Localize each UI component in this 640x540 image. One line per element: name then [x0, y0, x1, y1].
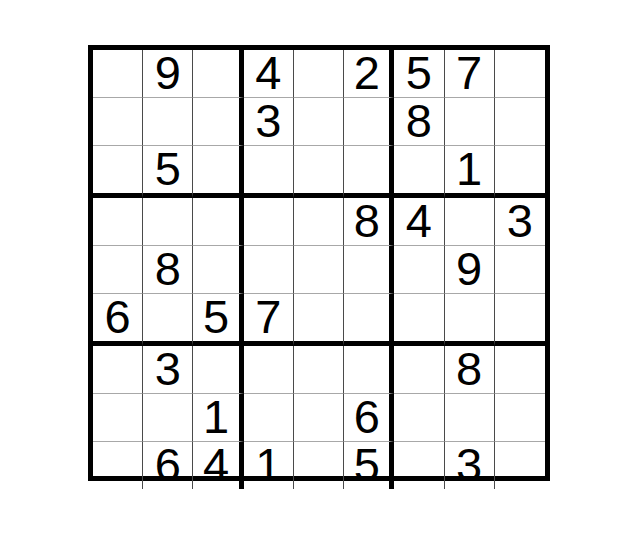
cell-r1c1[interactable] [93, 50, 143, 98]
cell-r1c3[interactable] [193, 50, 243, 98]
given-digit: 6 [354, 393, 380, 440]
cell-r2c4[interactable]: 3 [244, 98, 294, 146]
cell-r9c4[interactable]: 1 [244, 442, 294, 489]
given-digit: 3 [456, 441, 482, 488]
cell-r1c7[interactable]: 5 [394, 50, 444, 98]
given-digit: 1 [255, 441, 281, 488]
cell-r3c6[interactable] [344, 146, 394, 198]
given-digit: 7 [255, 293, 281, 340]
cell-r1c6[interactable]: 2 [344, 50, 394, 98]
cell-r9c3[interactable]: 4 [193, 442, 243, 489]
cell-r3c7[interactable] [394, 146, 444, 198]
cell-r7c9[interactable] [495, 346, 545, 394]
cell-r6c8[interactable] [445, 294, 495, 346]
cell-r4c2[interactable] [143, 198, 193, 246]
cell-r8c2[interactable] [143, 394, 193, 442]
cell-r4c5[interactable] [294, 198, 344, 246]
cell-r9c5[interactable] [294, 442, 344, 489]
cell-r5c4[interactable] [244, 246, 294, 294]
cell-r7c4[interactable] [244, 346, 294, 394]
cell-r3c8[interactable]: 1 [445, 146, 495, 198]
cell-r9c7[interactable] [394, 442, 444, 489]
given-digit: 6 [155, 441, 181, 488]
given-digit: 5 [354, 441, 380, 488]
given-digit: 5 [406, 49, 432, 96]
cell-r4c8[interactable] [445, 198, 495, 246]
cell-r8c3[interactable]: 1 [193, 394, 243, 442]
cell-r8c5[interactable] [294, 394, 344, 442]
given-digit: 5 [203, 293, 229, 340]
cell-r2c5[interactable] [294, 98, 344, 146]
cell-r8c7[interactable] [394, 394, 444, 442]
cell-r7c7[interactable] [394, 346, 444, 394]
cell-r8c4[interactable] [244, 394, 294, 442]
cell-r4c7[interactable]: 4 [394, 198, 444, 246]
cell-r3c4[interactable] [244, 146, 294, 198]
cell-r2c9[interactable] [495, 98, 545, 146]
cell-r5c6[interactable] [344, 246, 394, 294]
given-digit: 2 [354, 49, 380, 96]
cell-r6c3[interactable]: 5 [193, 294, 243, 346]
cell-r5c7[interactable] [394, 246, 444, 294]
cell-r5c1[interactable] [93, 246, 143, 294]
cell-r6c1[interactable]: 6 [93, 294, 143, 346]
given-digit: 7 [456, 49, 482, 96]
cell-r3c2[interactable]: 5 [143, 146, 193, 198]
cell-r7c1[interactable] [93, 346, 143, 394]
given-digit: 3 [155, 345, 181, 392]
given-digit: 9 [456, 245, 482, 292]
cell-r5c9[interactable] [495, 246, 545, 294]
cell-r1c2[interactable]: 9 [143, 50, 193, 98]
cell-r9c2[interactable]: 6 [143, 442, 193, 489]
cell-r8c6[interactable]: 6 [344, 394, 394, 442]
cell-r6c9[interactable] [495, 294, 545, 346]
cell-r2c3[interactable] [193, 98, 243, 146]
cell-r8c1[interactable] [93, 394, 143, 442]
cell-r7c2[interactable]: 3 [143, 346, 193, 394]
given-digit: 8 [155, 245, 181, 292]
cell-r7c5[interactable] [294, 346, 344, 394]
cell-r6c6[interactable] [344, 294, 394, 346]
given-digit: 8 [456, 345, 482, 392]
cell-r8c9[interactable] [495, 394, 545, 442]
cell-r3c3[interactable] [193, 146, 243, 198]
cell-r2c2[interactable] [143, 98, 193, 146]
cell-r9c9[interactable] [495, 442, 545, 489]
cell-r5c8[interactable]: 9 [445, 246, 495, 294]
given-digit: 3 [507, 197, 533, 244]
cell-r7c3[interactable] [193, 346, 243, 394]
cell-r4c4[interactable] [244, 198, 294, 246]
given-digit: 8 [354, 197, 380, 244]
cell-r7c8[interactable]: 8 [445, 346, 495, 394]
cell-r6c7[interactable] [394, 294, 444, 346]
given-digit: 8 [406, 97, 432, 144]
cell-r8c8[interactable] [445, 394, 495, 442]
cell-r9c6[interactable]: 5 [344, 442, 394, 489]
cell-r1c4[interactable]: 4 [244, 50, 294, 98]
given-digit: 4 [203, 441, 229, 488]
cell-r7c6[interactable] [344, 346, 394, 394]
cell-r9c1[interactable] [93, 442, 143, 489]
given-digit: 1 [456, 145, 482, 192]
cell-r1c9[interactable] [495, 50, 545, 98]
cell-r5c5[interactable] [294, 246, 344, 294]
given-digit: 5 [155, 145, 181, 192]
given-digit: 1 [203, 393, 229, 440]
cell-r4c6[interactable]: 8 [344, 198, 394, 246]
given-digit: 4 [406, 197, 432, 244]
cell-r4c1[interactable] [93, 198, 143, 246]
cell-r6c4[interactable]: 7 [244, 294, 294, 346]
cell-r2c1[interactable] [93, 98, 143, 146]
cell-r1c5[interactable] [294, 50, 344, 98]
cell-r5c2[interactable]: 8 [143, 246, 193, 294]
cell-r2c8[interactable] [445, 98, 495, 146]
given-digit: 9 [155, 49, 181, 96]
cell-r3c5[interactable] [294, 146, 344, 198]
cell-r5c3[interactable] [193, 246, 243, 294]
cell-r4c9[interactable]: 3 [495, 198, 545, 246]
cell-r4c3[interactable] [193, 198, 243, 246]
given-digit: 4 [255, 49, 281, 96]
cell-r3c9[interactable] [495, 146, 545, 198]
cell-r2c7[interactable]: 8 [394, 98, 444, 146]
cell-r9c8[interactable]: 3 [445, 442, 495, 489]
given-digit: 6 [105, 293, 131, 340]
cell-r6c2[interactable] [143, 294, 193, 346]
cell-r3c1[interactable] [93, 146, 143, 198]
sudoku-board: 94257385184389657381664153 [88, 45, 550, 481]
cell-r1c8[interactable]: 7 [445, 50, 495, 98]
cell-r6c5[interactable] [294, 294, 344, 346]
given-digit: 3 [255, 97, 281, 144]
cell-r2c6[interactable] [344, 98, 394, 146]
